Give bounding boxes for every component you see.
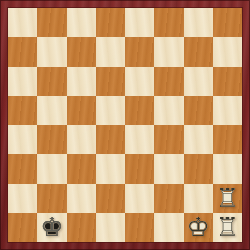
square-a5[interactable] xyxy=(8,96,37,125)
square-h3[interactable] xyxy=(213,154,242,183)
square-e4[interactable] xyxy=(125,125,154,154)
square-g3[interactable] xyxy=(184,154,213,183)
square-d1[interactable] xyxy=(96,213,125,242)
square-a1[interactable] xyxy=(8,213,37,242)
square-e2[interactable] xyxy=(125,184,154,213)
square-e6[interactable] xyxy=(125,67,154,96)
square-a7[interactable] xyxy=(8,37,37,66)
square-c1[interactable] xyxy=(67,213,96,242)
square-c2[interactable] xyxy=(67,184,96,213)
square-b4[interactable] xyxy=(37,125,66,154)
square-g4[interactable] xyxy=(184,125,213,154)
square-f2[interactable] xyxy=(154,184,183,213)
square-g1[interactable]: ♚♔ xyxy=(184,213,213,242)
square-a8[interactable] xyxy=(8,8,37,37)
square-b5[interactable] xyxy=(37,96,66,125)
square-e1[interactable] xyxy=(125,213,154,242)
square-d3[interactable] xyxy=(96,154,125,183)
piece-white-rook[interactable]: ♜♖ xyxy=(213,213,242,242)
square-g2[interactable] xyxy=(184,184,213,213)
chess-board: ♜♖♚♔♚♔♜♖ xyxy=(8,8,242,242)
black-king-glyph-outline: ♔ xyxy=(37,213,66,242)
square-b2[interactable] xyxy=(37,184,66,213)
square-f3[interactable] xyxy=(154,154,183,183)
square-e8[interactable] xyxy=(125,8,154,37)
board-frame: ♜♖♚♔♚♔♜♖ xyxy=(0,0,250,250)
white-rook-glyph-outline: ♖ xyxy=(213,184,242,213)
piece-white-rook[interactable]: ♜♖ xyxy=(213,184,242,213)
square-g5[interactable] xyxy=(184,96,213,125)
square-f6[interactable] xyxy=(154,67,183,96)
square-c8[interactable] xyxy=(67,8,96,37)
square-h1[interactable]: ♜♖ xyxy=(213,213,242,242)
square-e5[interactable] xyxy=(125,96,154,125)
white-rook-glyph-outline: ♖ xyxy=(213,213,242,242)
square-a6[interactable] xyxy=(8,67,37,96)
square-c4[interactable] xyxy=(67,125,96,154)
square-b6[interactable] xyxy=(37,67,66,96)
square-a4[interactable] xyxy=(8,125,37,154)
square-d4[interactable] xyxy=(96,125,125,154)
square-e3[interactable] xyxy=(125,154,154,183)
square-c6[interactable] xyxy=(67,67,96,96)
square-c3[interactable] xyxy=(67,154,96,183)
square-h2[interactable]: ♜♖ xyxy=(213,184,242,213)
square-d7[interactable] xyxy=(96,37,125,66)
square-f7[interactable] xyxy=(154,37,183,66)
square-g8[interactable] xyxy=(184,8,213,37)
square-b1[interactable]: ♚♔ xyxy=(37,213,66,242)
square-a2[interactable] xyxy=(8,184,37,213)
square-d5[interactable] xyxy=(96,96,125,125)
square-c5[interactable] xyxy=(67,96,96,125)
square-c7[interactable] xyxy=(67,37,96,66)
square-h7[interactable] xyxy=(213,37,242,66)
piece-black-king[interactable]: ♚♔ xyxy=(37,213,66,242)
square-f5[interactable] xyxy=(154,96,183,125)
square-g6[interactable] xyxy=(184,67,213,96)
square-f8[interactable] xyxy=(154,8,183,37)
square-f4[interactable] xyxy=(154,125,183,154)
square-f1[interactable] xyxy=(154,213,183,242)
square-d6[interactable] xyxy=(96,67,125,96)
square-h8[interactable] xyxy=(213,8,242,37)
square-d8[interactable] xyxy=(96,8,125,37)
square-b8[interactable] xyxy=(37,8,66,37)
square-d2[interactable] xyxy=(96,184,125,213)
square-h6[interactable] xyxy=(213,67,242,96)
square-h4[interactable] xyxy=(213,125,242,154)
white-king-glyph-outline: ♔ xyxy=(184,213,213,242)
square-b7[interactable] xyxy=(37,37,66,66)
square-g7[interactable] xyxy=(184,37,213,66)
piece-white-king[interactable]: ♚♔ xyxy=(184,213,213,242)
square-e7[interactable] xyxy=(125,37,154,66)
square-b3[interactable] xyxy=(37,154,66,183)
square-a3[interactable] xyxy=(8,154,37,183)
square-h5[interactable] xyxy=(213,96,242,125)
